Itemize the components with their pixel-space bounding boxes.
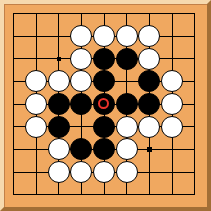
intersection-r1c4[interactable] — [70, 4, 93, 25]
intersection-r3c6[interactable]: ● — [115, 47, 138, 70]
intersection-r1c1[interactable] — [4, 4, 25, 25]
white-stone: ○ — [25, 70, 47, 92]
intersection-r4c1[interactable] — [4, 70, 25, 93]
white-stone: ○ — [138, 48, 160, 70]
intersection-r9c1[interactable] — [4, 183, 25, 206]
white-stone: ○ — [116, 138, 138, 160]
white-stone: ○ — [116, 161, 138, 183]
black-stone: ● — [93, 138, 115, 160]
black-stone: ● — [138, 70, 160, 92]
white-stone: ○ — [25, 93, 47, 115]
intersection-r5c7[interactable]: ● — [138, 93, 161, 116]
intersection-r6c9[interactable] — [183, 115, 206, 138]
go-board: ○○○○○●●○○○○●●○○●●●●●○○●●○○○○●●○○○○○ — [0, 0, 211, 211]
intersection-r5c9[interactable] — [183, 93, 206, 116]
black-stone: ● — [116, 93, 138, 115]
intersection-r7c6[interactable]: ○ — [115, 138, 138, 161]
intersection-r6c6[interactable]: ○ — [115, 115, 138, 138]
black-stone: ● — [93, 48, 115, 70]
intersection-r2c5[interactable]: ○ — [93, 25, 116, 48]
intersection-r8c3[interactable]: ○ — [47, 161, 70, 184]
white-stone: ○ — [93, 161, 115, 183]
black-stone: ● — [93, 93, 115, 115]
white-stone: ○ — [48, 70, 70, 92]
intersection-r6c1[interactable] — [4, 115, 25, 138]
black-stone: ● — [116, 48, 138, 70]
board-field: ○○○○○●●○○○○●●○○●●●●●○○●●○○○○●●○○○○○ — [4, 4, 207, 207]
intersection-r2c3[interactable] — [47, 25, 70, 48]
intersection-r8c5[interactable]: ○ — [93, 161, 116, 184]
intersection-r5c8[interactable]: ○ — [161, 93, 184, 116]
intersection-r4c3[interactable]: ○ — [47, 70, 70, 93]
intersection-r4c8[interactable]: ○ — [161, 70, 184, 93]
black-stone: ● — [93, 116, 115, 138]
white-stone: ○ — [70, 48, 92, 70]
board-grid: ○○○○○●●○○○○●●○○●●●●●○○●●○○○○●●○○○○○ — [4, 4, 206, 206]
intersection-r9c2[interactable] — [25, 183, 48, 206]
white-stone: ○ — [48, 161, 70, 183]
black-stone: ● — [93, 70, 115, 92]
intersection-r8c8[interactable] — [161, 161, 184, 184]
intersection-r8c6[interactable]: ○ — [115, 161, 138, 184]
intersection-r1c7[interactable] — [138, 4, 161, 25]
intersection-r8c4[interactable]: ○ — [70, 161, 93, 184]
intersection-r9c5[interactable] — [93, 183, 116, 206]
black-stone: ● — [138, 93, 160, 115]
white-stone: ○ — [48, 138, 70, 160]
intersection-r8c1[interactable] — [4, 161, 25, 184]
intersection-r1c2[interactable] — [25, 4, 48, 25]
intersection-r4c5[interactable]: ● — [93, 70, 116, 93]
intersection-r5c2[interactable]: ○ — [25, 93, 48, 116]
white-stone: ○ — [161, 93, 183, 115]
intersection-r7c7[interactable] — [138, 138, 161, 161]
intersection-r3c3[interactable] — [47, 47, 70, 70]
intersection-r2c1[interactable] — [4, 25, 25, 48]
white-stone: ○ — [138, 116, 160, 138]
white-stone: ○ — [70, 70, 92, 92]
intersection-r6c7[interactable]: ○ — [138, 115, 161, 138]
black-stone: ● — [70, 138, 92, 160]
intersection-r6c5[interactable]: ● — [93, 115, 116, 138]
white-stone: ○ — [25, 116, 47, 138]
intersection-r4c4[interactable]: ○ — [70, 70, 93, 93]
intersection-r4c7[interactable]: ● — [138, 70, 161, 93]
intersection-r9c6[interactable] — [115, 183, 138, 206]
intersection-r5c1[interactable] — [4, 93, 25, 116]
white-stone: ○ — [116, 116, 138, 138]
black-stone: ● — [48, 93, 70, 115]
white-stone: ○ — [70, 25, 92, 47]
intersection-r7c3[interactable]: ○ — [47, 138, 70, 161]
intersection-r3c5[interactable]: ● — [93, 47, 116, 70]
intersection-r4c6[interactable] — [115, 70, 138, 93]
intersection-r6c4[interactable] — [70, 115, 93, 138]
intersection-r8c9[interactable] — [183, 161, 206, 184]
intersection-r1c8[interactable] — [161, 4, 184, 25]
white-stone: ○ — [161, 70, 183, 92]
intersection-r8c2[interactable] — [25, 161, 48, 184]
intersection-r3c1[interactable] — [4, 47, 25, 70]
intersection-r9c7[interactable] — [138, 183, 161, 206]
intersection-r9c3[interactable] — [47, 183, 70, 206]
intersection-r2c2[interactable] — [25, 25, 48, 48]
intersection-r5c4[interactable]: ● — [70, 93, 93, 116]
intersection-r5c5[interactable]: ● — [93, 93, 116, 116]
intersection-r9c9[interactable] — [183, 183, 206, 206]
intersection-r1c5[interactable] — [93, 4, 116, 25]
intersection-r7c9[interactable] — [183, 138, 206, 161]
intersection-r4c9[interactable] — [183, 70, 206, 93]
intersection-r7c5[interactable]: ● — [93, 138, 116, 161]
intersection-r7c4[interactable]: ● — [70, 138, 93, 161]
intersection-r7c8[interactable] — [161, 138, 184, 161]
white-stone: ○ — [161, 116, 183, 138]
intersection-r8c7[interactable] — [138, 161, 161, 184]
intersection-r5c6[interactable]: ● — [115, 93, 138, 116]
white-stone: ○ — [138, 25, 160, 47]
black-stone: ● — [48, 116, 70, 138]
intersection-r2c6[interactable]: ○ — [115, 25, 138, 48]
white-stone: ○ — [93, 25, 115, 47]
intersection-r3c7[interactable]: ○ — [138, 47, 161, 70]
intersection-r3c9[interactable] — [183, 47, 206, 70]
black-stone: ● — [70, 93, 92, 115]
intersection-r6c3[interactable]: ● — [47, 115, 70, 138]
white-stone: ○ — [116, 25, 138, 47]
intersection-r1c9[interactable] — [183, 4, 206, 25]
intersection-r3c4[interactable]: ○ — [70, 47, 93, 70]
intersection-r9c4[interactable] — [70, 183, 93, 206]
intersection-r6c2[interactable]: ○ — [25, 115, 48, 138]
intersection-r1c6[interactable] — [115, 4, 138, 25]
intersection-r2c9[interactable] — [183, 25, 206, 48]
intersection-r2c7[interactable]: ○ — [138, 25, 161, 48]
intersection-r6c8[interactable]: ○ — [161, 115, 184, 138]
intersection-r9c8[interactable] — [161, 183, 184, 206]
intersection-r7c1[interactable] — [4, 138, 25, 161]
intersection-r2c4[interactable]: ○ — [70, 25, 93, 48]
intersection-r2c8[interactable] — [161, 25, 184, 48]
white-stone: ○ — [70, 161, 92, 183]
intersection-r3c8[interactable] — [161, 47, 184, 70]
intersection-r3c2[interactable] — [25, 47, 48, 70]
intersection-r1c3[interactable] — [47, 4, 70, 25]
intersection-r4c2[interactable]: ○ — [25, 70, 48, 93]
intersection-r5c3[interactable]: ● — [47, 93, 70, 116]
intersection-r7c2[interactable] — [25, 138, 48, 161]
